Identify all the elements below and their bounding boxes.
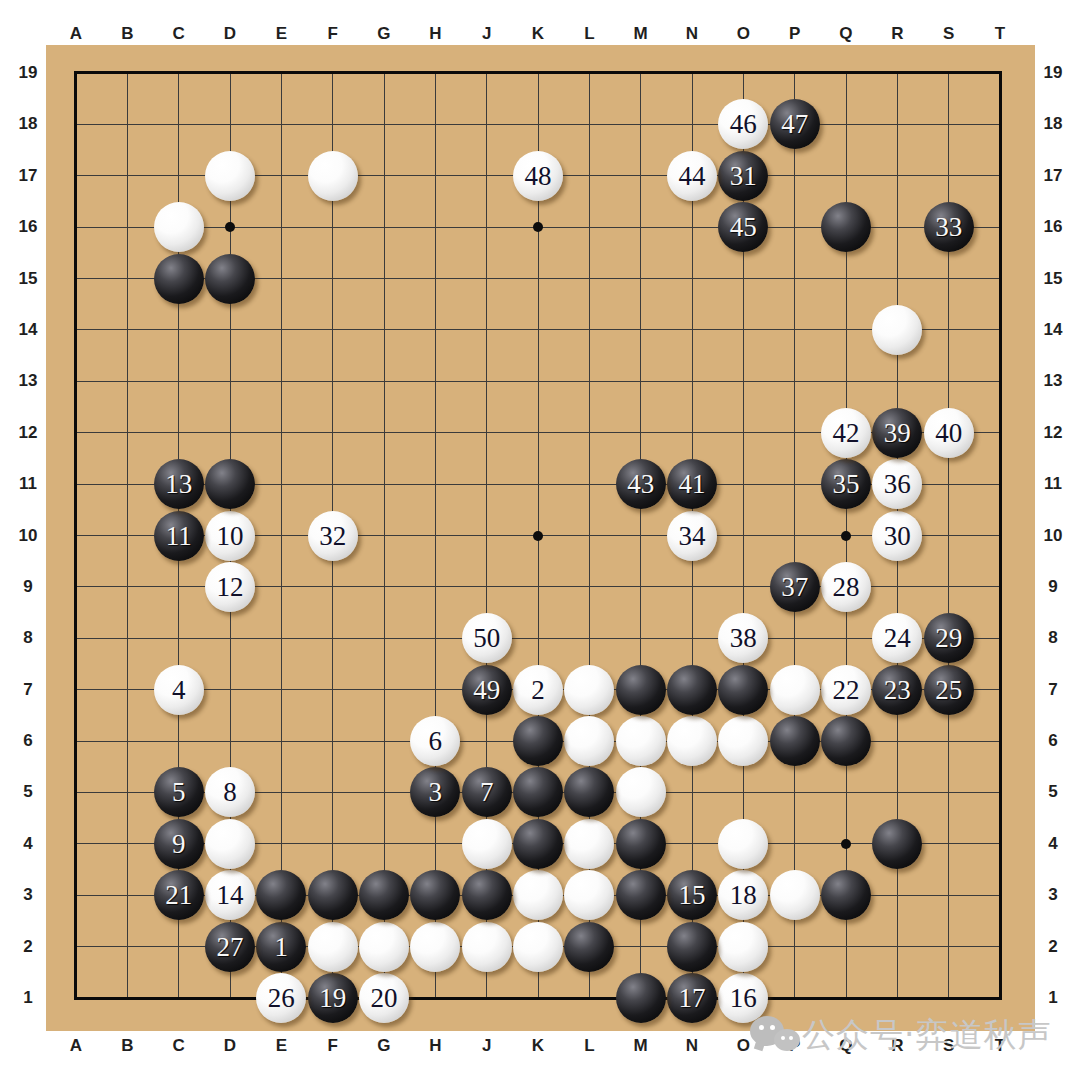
move-number: 29 bbox=[935, 613, 962, 663]
stone-black-L2 bbox=[564, 922, 614, 972]
move-number: 48 bbox=[524, 151, 551, 201]
stone-white-L6 bbox=[564, 716, 614, 766]
move-number: 15 bbox=[678, 870, 705, 920]
stone-black-E2: 1 bbox=[256, 922, 306, 972]
stone-white-F10: 32 bbox=[308, 511, 358, 561]
watermark: 公众号·弈道秋声 bbox=[748, 1013, 1052, 1058]
move-number: 18 bbox=[730, 870, 757, 920]
move-number: 30 bbox=[884, 511, 911, 561]
stone-black-P6 bbox=[770, 716, 820, 766]
move-number: 45 bbox=[730, 202, 757, 252]
stone-black-M1 bbox=[616, 973, 666, 1023]
stone-black-L5 bbox=[564, 767, 614, 817]
stone-black-C3: 21 bbox=[154, 870, 204, 920]
row-label-right-16: 16 bbox=[1044, 217, 1063, 237]
stone-white-F17 bbox=[308, 151, 358, 201]
stone-black-N7 bbox=[667, 665, 717, 715]
stone-black-K6 bbox=[513, 716, 563, 766]
stone-black-F3 bbox=[308, 870, 358, 920]
stone-black-H5: 3 bbox=[410, 767, 460, 817]
move-number: 17 bbox=[678, 973, 705, 1023]
stone-white-O2 bbox=[718, 922, 768, 972]
move-number: 43 bbox=[627, 459, 654, 509]
stone-white-D4 bbox=[205, 819, 255, 869]
row-label-left-18: 18 bbox=[19, 114, 38, 134]
row-label-left-1: 1 bbox=[23, 988, 32, 1008]
stone-white-Q9: 28 bbox=[821, 562, 871, 612]
column-label-top-F: F bbox=[327, 24, 337, 44]
move-number: 4 bbox=[172, 665, 186, 715]
star-point-K10 bbox=[533, 531, 543, 541]
move-number: 28 bbox=[832, 562, 859, 612]
stone-white-O6 bbox=[718, 716, 768, 766]
row-label-left-15: 15 bbox=[19, 269, 38, 289]
go-diagram-page: 公众号·弈道秋声 AABBCCDDEEFFGGHHJJKKLLMMNNOOPPQ… bbox=[0, 0, 1080, 1080]
stone-white-F2 bbox=[308, 922, 358, 972]
stone-black-M4 bbox=[616, 819, 666, 869]
row-label-left-13: 13 bbox=[19, 371, 38, 391]
wechat-icon bbox=[748, 1014, 802, 1058]
stone-white-D17 bbox=[205, 151, 255, 201]
stone-white-K17: 48 bbox=[513, 151, 563, 201]
row-label-right-6: 6 bbox=[1048, 731, 1057, 751]
stone-white-Q12: 42 bbox=[821, 408, 871, 458]
row-label-left-14: 14 bbox=[19, 320, 38, 340]
stone-black-G3 bbox=[359, 870, 409, 920]
row-label-left-4: 4 bbox=[23, 834, 32, 854]
stone-black-S7: 25 bbox=[924, 665, 974, 715]
column-label-top-A: A bbox=[70, 24, 82, 44]
move-number: 23 bbox=[884, 665, 911, 715]
move-number: 25 bbox=[935, 665, 962, 715]
stone-black-H3 bbox=[410, 870, 460, 920]
stone-white-K3 bbox=[513, 870, 563, 920]
row-label-right-9: 9 bbox=[1048, 577, 1057, 597]
column-label-top-H: H bbox=[429, 24, 441, 44]
row-label-right-3: 3 bbox=[1048, 885, 1057, 905]
stone-black-M7 bbox=[616, 665, 666, 715]
stone-white-D5: 8 bbox=[205, 767, 255, 817]
stone-black-C15 bbox=[154, 254, 204, 304]
move-number: 35 bbox=[832, 459, 859, 509]
move-number: 14 bbox=[216, 870, 243, 920]
column-label-bottom-D: D bbox=[224, 1036, 236, 1056]
stone-white-S12: 40 bbox=[924, 408, 974, 458]
row-label-right-4: 4 bbox=[1048, 834, 1057, 854]
column-label-top-D: D bbox=[224, 24, 236, 44]
move-number: 39 bbox=[884, 408, 911, 458]
move-number: 24 bbox=[884, 613, 911, 663]
column-label-bottom-E: E bbox=[276, 1036, 287, 1056]
row-label-left-9: 9 bbox=[23, 577, 32, 597]
row-label-right-17: 17 bbox=[1044, 166, 1063, 186]
column-label-top-J: J bbox=[482, 24, 491, 44]
stone-black-S16: 33 bbox=[924, 202, 974, 252]
stone-black-Q11: 35 bbox=[821, 459, 871, 509]
move-number: 10 bbox=[216, 511, 243, 561]
row-label-left-16: 16 bbox=[19, 217, 38, 237]
move-number: 21 bbox=[165, 870, 192, 920]
stone-black-N3: 15 bbox=[667, 870, 717, 920]
move-number: 34 bbox=[678, 511, 705, 561]
row-label-left-8: 8 bbox=[23, 628, 32, 648]
move-number: 27 bbox=[216, 922, 243, 972]
stone-white-K7: 2 bbox=[513, 665, 563, 715]
stone-white-N17: 44 bbox=[667, 151, 717, 201]
stone-black-D2: 27 bbox=[205, 922, 255, 972]
column-label-bottom-H: H bbox=[429, 1036, 441, 1056]
move-number: 38 bbox=[730, 613, 757, 663]
column-label-top-R: R bbox=[891, 24, 903, 44]
move-number: 1 bbox=[275, 922, 289, 972]
stone-white-C7: 4 bbox=[154, 665, 204, 715]
stone-black-J7: 49 bbox=[462, 665, 512, 715]
wechat-bubble-small bbox=[774, 1029, 800, 1051]
stone-white-R8: 24 bbox=[872, 613, 922, 663]
stone-black-E3 bbox=[256, 870, 306, 920]
star-point-Q4 bbox=[841, 839, 851, 849]
column-label-bottom-F: F bbox=[327, 1036, 337, 1056]
move-number: 7 bbox=[480, 767, 494, 817]
column-label-bottom-C: C bbox=[173, 1036, 185, 1056]
stone-black-O16: 45 bbox=[718, 202, 768, 252]
move-number: 22 bbox=[832, 665, 859, 715]
stone-black-F1: 19 bbox=[308, 973, 358, 1023]
move-number: 47 bbox=[781, 99, 808, 149]
column-label-bottom-N: N bbox=[686, 1036, 698, 1056]
stone-white-D3: 14 bbox=[205, 870, 255, 920]
stone-white-D10: 10 bbox=[205, 511, 255, 561]
move-number: 46 bbox=[730, 99, 757, 149]
stone-white-N6 bbox=[667, 716, 717, 766]
stone-black-K4 bbox=[513, 819, 563, 869]
move-number: 11 bbox=[166, 511, 192, 561]
stone-white-P3 bbox=[770, 870, 820, 920]
stone-white-D9: 12 bbox=[205, 562, 255, 612]
column-label-top-O: O bbox=[737, 24, 750, 44]
stone-black-M11: 43 bbox=[616, 459, 666, 509]
stone-white-H2 bbox=[410, 922, 460, 972]
stone-white-J4 bbox=[462, 819, 512, 869]
stone-white-R10: 30 bbox=[872, 511, 922, 561]
row-label-right-11: 11 bbox=[1044, 474, 1062, 494]
stone-black-Q6 bbox=[821, 716, 871, 766]
row-label-right-15: 15 bbox=[1044, 269, 1063, 289]
stone-white-O3: 18 bbox=[718, 870, 768, 920]
row-label-right-5: 5 bbox=[1048, 782, 1057, 802]
row-label-left-19: 19 bbox=[19, 63, 38, 83]
stone-white-N10: 34 bbox=[667, 511, 717, 561]
move-number: 42 bbox=[832, 408, 859, 458]
stone-white-G2 bbox=[359, 922, 409, 972]
stone-black-N1: 17 bbox=[667, 973, 717, 1023]
move-number: 5 bbox=[172, 767, 186, 817]
move-number: 20 bbox=[370, 973, 397, 1023]
move-number: 6 bbox=[429, 716, 443, 766]
star-point-K16 bbox=[533, 222, 543, 232]
stone-black-R4 bbox=[872, 819, 922, 869]
row-label-right-1: 1 bbox=[1048, 988, 1057, 1008]
stone-white-M6 bbox=[616, 716, 666, 766]
column-label-top-T: T bbox=[995, 24, 1005, 44]
row-label-left-5: 5 bbox=[23, 782, 32, 802]
column-label-top-L: L bbox=[584, 24, 594, 44]
column-label-top-B: B bbox=[121, 24, 133, 44]
stone-white-K2 bbox=[513, 922, 563, 972]
move-number: 44 bbox=[678, 151, 705, 201]
column-label-bottom-A: A bbox=[70, 1036, 82, 1056]
stone-black-C4: 9 bbox=[154, 819, 204, 869]
stone-black-P9: 37 bbox=[770, 562, 820, 612]
stone-black-M3 bbox=[616, 870, 666, 920]
stone-white-O18: 46 bbox=[718, 99, 768, 149]
stone-black-N11: 41 bbox=[667, 459, 717, 509]
watermark-text: 公众号·弈道秋声 bbox=[802, 1013, 1052, 1058]
stone-white-E1: 26 bbox=[256, 973, 306, 1023]
move-number: 12 bbox=[216, 562, 243, 612]
row-label-right-7: 7 bbox=[1048, 680, 1057, 700]
row-label-left-11: 11 bbox=[19, 474, 37, 494]
stone-white-L7 bbox=[564, 665, 614, 715]
row-label-right-19: 19 bbox=[1044, 63, 1063, 83]
stone-black-O7 bbox=[718, 665, 768, 715]
column-label-top-E: E bbox=[276, 24, 287, 44]
star-point-D16 bbox=[225, 222, 235, 232]
stone-white-L4 bbox=[564, 819, 614, 869]
stone-black-J5: 7 bbox=[462, 767, 512, 817]
stone-black-N2 bbox=[667, 922, 717, 972]
column-label-top-G: G bbox=[377, 24, 390, 44]
row-label-left-7: 7 bbox=[23, 680, 32, 700]
stone-white-M5 bbox=[616, 767, 666, 817]
stone-black-J3 bbox=[462, 870, 512, 920]
stone-black-R7: 23 bbox=[872, 665, 922, 715]
stone-white-C16 bbox=[154, 202, 204, 252]
move-number: 31 bbox=[730, 151, 757, 201]
column-label-bottom-J: J bbox=[482, 1036, 491, 1056]
move-number: 50 bbox=[473, 613, 500, 663]
move-number: 26 bbox=[268, 973, 295, 1023]
column-label-top-P: P bbox=[789, 24, 800, 44]
stone-white-J8: 50 bbox=[462, 613, 512, 663]
move-number: 36 bbox=[884, 459, 911, 509]
move-number: 3 bbox=[429, 767, 443, 817]
row-label-left-17: 17 bbox=[19, 166, 38, 186]
move-number: 9 bbox=[172, 819, 186, 869]
row-label-right-2: 2 bbox=[1048, 937, 1057, 957]
row-label-right-18: 18 bbox=[1044, 114, 1063, 134]
stone-white-G1: 20 bbox=[359, 973, 409, 1023]
stone-white-P7 bbox=[770, 665, 820, 715]
column-label-top-N: N bbox=[686, 24, 698, 44]
column-label-bottom-B: B bbox=[121, 1036, 133, 1056]
stone-black-O17: 31 bbox=[718, 151, 768, 201]
stone-black-Q16 bbox=[821, 202, 871, 252]
stone-black-D11 bbox=[205, 459, 255, 509]
column-label-bottom-M: M bbox=[634, 1036, 648, 1056]
stone-white-Q7: 22 bbox=[821, 665, 871, 715]
move-number: 37 bbox=[781, 562, 808, 612]
stone-white-J2 bbox=[462, 922, 512, 972]
stone-white-R11: 36 bbox=[872, 459, 922, 509]
move-number: 40 bbox=[935, 408, 962, 458]
stone-white-L3 bbox=[564, 870, 614, 920]
row-label-left-10: 10 bbox=[19, 526, 38, 546]
move-number: 8 bbox=[223, 767, 237, 817]
move-number: 32 bbox=[319, 511, 346, 561]
stone-white-H6: 6 bbox=[410, 716, 460, 766]
column-label-top-S: S bbox=[943, 24, 954, 44]
stone-black-C10: 11 bbox=[154, 511, 204, 561]
star-point-Q10 bbox=[841, 531, 851, 541]
stone-black-P18: 47 bbox=[770, 99, 820, 149]
column-label-bottom-G: G bbox=[377, 1036, 390, 1056]
move-number: 41 bbox=[678, 459, 705, 509]
row-label-right-8: 8 bbox=[1048, 628, 1057, 648]
stone-white-O8: 38 bbox=[718, 613, 768, 663]
row-label-left-12: 12 bbox=[19, 423, 38, 443]
stone-black-C5: 5 bbox=[154, 767, 204, 817]
column-label-top-M: M bbox=[634, 24, 648, 44]
stone-white-O4 bbox=[718, 819, 768, 869]
move-number: 33 bbox=[935, 202, 962, 252]
stone-black-R12: 39 bbox=[872, 408, 922, 458]
column-label-top-Q: Q bbox=[839, 24, 852, 44]
row-label-left-6: 6 bbox=[23, 731, 32, 751]
stone-black-C11: 13 bbox=[154, 459, 204, 509]
stone-white-R14 bbox=[872, 305, 922, 355]
stone-black-K5 bbox=[513, 767, 563, 817]
move-number: 13 bbox=[165, 459, 192, 509]
column-label-top-K: K bbox=[532, 24, 544, 44]
stone-black-Q3 bbox=[821, 870, 871, 920]
row-label-left-3: 3 bbox=[23, 885, 32, 905]
column-label-top-C: C bbox=[173, 24, 185, 44]
row-label-right-10: 10 bbox=[1044, 526, 1063, 546]
move-number: 19 bbox=[319, 973, 346, 1023]
row-label-right-12: 12 bbox=[1044, 423, 1063, 443]
row-label-left-2: 2 bbox=[23, 937, 32, 957]
column-label-bottom-K: K bbox=[532, 1036, 544, 1056]
stone-black-D15 bbox=[205, 254, 255, 304]
stone-black-S8: 29 bbox=[924, 613, 974, 663]
move-number: 49 bbox=[473, 665, 500, 715]
move-number: 2 bbox=[531, 665, 545, 715]
row-label-right-14: 14 bbox=[1044, 320, 1063, 340]
row-label-right-13: 13 bbox=[1044, 371, 1063, 391]
column-label-bottom-L: L bbox=[584, 1036, 594, 1056]
